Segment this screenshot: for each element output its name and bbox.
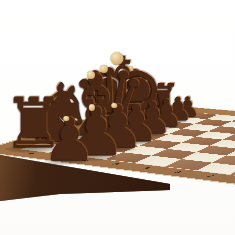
finial-tip [89,104,95,110]
border-label: 3 [172,170,184,174]
border-label: 2 [205,174,216,178]
border-label: 4 [140,166,152,170]
finial-tip [87,71,95,79]
border-label: 7 [52,155,64,158]
finial-tip [111,103,117,109]
border-label: 8 [25,152,37,155]
finial-tip [126,66,133,73]
finial-tip [111,52,124,65]
border-label: 6 [80,159,92,162]
border-label: 5 [110,162,122,166]
finial-tip [100,65,108,73]
finial-tip [63,116,69,122]
chess-set-photo: 87654321 ♜♞♝♛♚♝♞♜♟♟♟♟♟♟♟♟ [0,0,235,235]
